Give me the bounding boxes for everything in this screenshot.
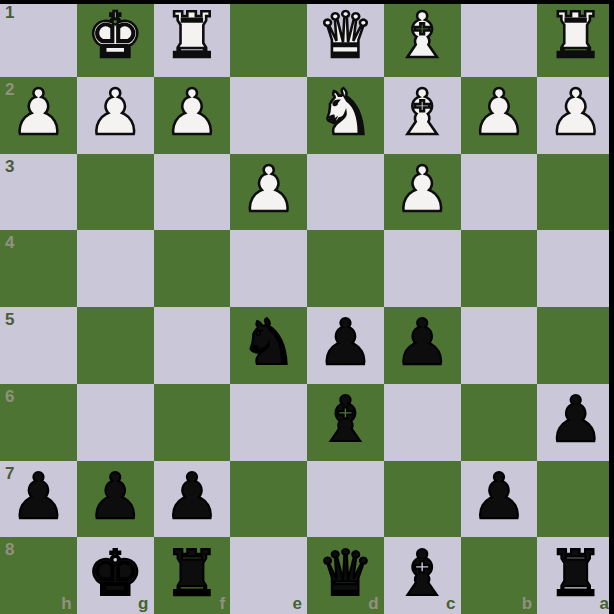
black-pawn-f7[interactable]: ♟ [164,459,220,535]
square-b3[interactable] [461,154,538,231]
square-e8[interactable]: e [230,537,307,614]
square-a1[interactable]: ♜ [537,0,614,77]
black-king-g8[interactable]: ♚ [87,536,143,612]
white-rook-a1[interactable]: ♜ [547,0,603,74]
black-pawn-g7[interactable]: ♟ [87,459,143,535]
square-e6[interactable] [230,384,307,461]
square-f4[interactable] [154,230,231,307]
square-e7[interactable] [230,461,307,538]
black-bishop-d6[interactable]: ♝ [317,382,373,458]
file-label-f: f [220,595,226,612]
square-h6[interactable]: 6 [0,384,77,461]
square-h7[interactable]: 7♟ [0,461,77,538]
rank-label-3: 3 [5,158,14,175]
file-label-e: e [293,595,302,612]
square-e5[interactable]: ♞ [230,307,307,384]
square-b4[interactable] [461,230,538,307]
file-label-a: a [600,595,609,612]
square-a2[interactable]: ♟ [537,77,614,154]
white-queen-d1[interactable]: ♛ [317,0,373,74]
black-rook-a8[interactable]: ♜ [547,536,603,612]
square-c4[interactable] [384,230,461,307]
square-f7[interactable]: ♟ [154,461,231,538]
square-f3[interactable] [154,154,231,231]
square-g6[interactable] [77,384,154,461]
file-label-d: d [368,595,378,612]
square-b5[interactable] [461,307,538,384]
square-a6[interactable]: ♟ [537,384,614,461]
chess-board: 1♚♜♛♝♜2♟♟♟♞♝♟♟3♟♟45♞♟♟6♝♟7♟♟♟♟8hg♚f♜ed♛c… [0,0,614,614]
square-g2[interactable]: ♟ [77,77,154,154]
square-b2[interactable]: ♟ [461,77,538,154]
square-e3[interactable]: ♟ [230,154,307,231]
square-g5[interactable] [77,307,154,384]
square-h8[interactable]: 8h [0,537,77,614]
file-label-g: g [138,595,148,612]
black-bishop-c8[interactable]: ♝ [394,536,450,612]
file-label-c: c [446,595,455,612]
square-b1[interactable] [461,0,538,77]
square-g7[interactable]: ♟ [77,461,154,538]
square-c1[interactable]: ♝ [384,0,461,77]
square-d6[interactable]: ♝ [307,384,384,461]
square-h2[interactable]: 2♟ [0,77,77,154]
white-king-g1[interactable]: ♚ [87,0,143,74]
black-pawn-h7[interactable]: ♟ [10,459,66,535]
white-bishop-c1[interactable]: ♝ [394,0,450,74]
white-bishop-c2[interactable]: ♝ [394,75,450,151]
white-pawn-c3[interactable]: ♟ [394,152,450,228]
square-c2[interactable]: ♝ [384,77,461,154]
square-h5[interactable]: 5 [0,307,77,384]
black-knight-e5[interactable]: ♞ [240,305,296,381]
rank-label-4: 4 [5,234,14,251]
square-h4[interactable]: 4 [0,230,77,307]
square-g4[interactable] [77,230,154,307]
square-d8[interactable]: d♛ [307,537,384,614]
white-pawn-e3[interactable]: ♟ [240,152,296,228]
square-h1[interactable]: 1 [0,0,77,77]
white-pawn-g2[interactable]: ♟ [87,75,143,151]
square-c6[interactable] [384,384,461,461]
board-edge-right [609,0,614,614]
white-pawn-b2[interactable]: ♟ [471,75,527,151]
black-rook-f8[interactable]: ♜ [164,536,220,612]
square-a5[interactable] [537,307,614,384]
square-f2[interactable]: ♟ [154,77,231,154]
rank-label-6: 6 [5,388,14,405]
square-g3[interactable] [77,154,154,231]
square-d3[interactable] [307,154,384,231]
square-a7[interactable] [537,461,614,538]
white-pawn-f2[interactable]: ♟ [164,75,220,151]
square-d4[interactable] [307,230,384,307]
square-b6[interactable] [461,384,538,461]
square-d7[interactable] [307,461,384,538]
white-rook-f1[interactable]: ♜ [164,0,220,74]
square-g8[interactable]: g♚ [77,537,154,614]
rank-label-5: 5 [5,311,14,328]
square-h3[interactable]: 3 [0,154,77,231]
square-b8[interactable]: b [461,537,538,614]
white-knight-d2[interactable]: ♞ [317,75,373,151]
black-pawn-b7[interactable]: ♟ [471,459,527,535]
square-a8[interactable]: a♜ [537,537,614,614]
square-c5[interactable]: ♟ [384,307,461,384]
square-d2[interactable]: ♞ [307,77,384,154]
white-pawn-a2[interactable]: ♟ [547,75,603,151]
square-c7[interactable] [384,461,461,538]
square-f8[interactable]: f♜ [154,537,231,614]
rank-label-2: 2 [5,81,14,98]
square-g1[interactable]: ♚ [77,0,154,77]
square-c3[interactable]: ♟ [384,154,461,231]
square-f6[interactable] [154,384,231,461]
square-f5[interactable] [154,307,231,384]
square-d5[interactable]: ♟ [307,307,384,384]
black-queen-d8[interactable]: ♛ [317,536,373,612]
square-e2[interactable] [230,77,307,154]
black-pawn-a6[interactable]: ♟ [547,382,603,458]
square-e4[interactable] [230,230,307,307]
board-edge-top [0,0,614,4]
rank-label-7: 7 [5,465,14,482]
file-label-h: h [61,595,71,612]
square-a3[interactable] [537,154,614,231]
chess-board-wrap: 1♚♜♛♝♜2♟♟♟♞♝♟♟3♟♟45♞♟♟6♝♟7♟♟♟♟8hg♚f♜ed♛c… [0,0,614,614]
square-d1[interactable]: ♛ [307,0,384,77]
rank-label-8: 8 [5,541,14,558]
file-label-b: b [522,595,532,612]
square-c8[interactable]: c♝ [384,537,461,614]
black-pawn-d5[interactable]: ♟ [317,305,373,381]
square-b7[interactable]: ♟ [461,461,538,538]
white-pawn-h2[interactable]: ♟ [10,75,66,151]
square-f1[interactable]: ♜ [154,0,231,77]
rank-label-1: 1 [5,4,14,21]
square-e1[interactable] [230,0,307,77]
square-a4[interactable] [537,230,614,307]
black-pawn-c5[interactable]: ♟ [394,305,450,381]
